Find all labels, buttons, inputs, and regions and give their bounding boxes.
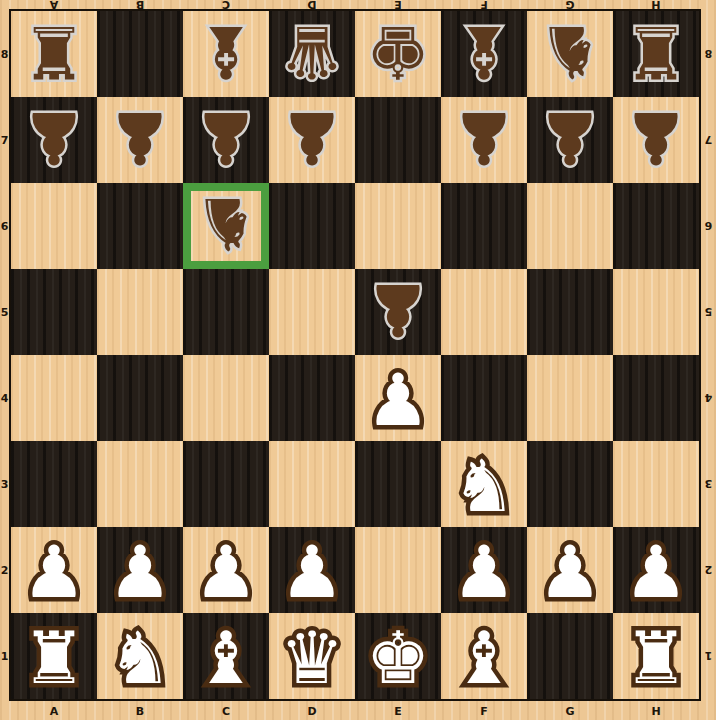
- black-pawn-b7[interactable]: ♟♟: [97, 97, 183, 183]
- square-e8[interactable]: ♚♚: [355, 11, 441, 97]
- square-f7[interactable]: ♟♟: [441, 97, 527, 183]
- black-bishop-f8[interactable]: ♝♝: [441, 11, 527, 97]
- rank-label-right-7: 7: [702, 97, 715, 183]
- bishop-glyph: ♝: [183, 613, 269, 699]
- white-rook-a1[interactable]: ♜♜: [11, 613, 97, 699]
- white-knight-f3[interactable]: ♞♞: [441, 441, 527, 527]
- square-f8[interactable]: ♝♝: [441, 11, 527, 97]
- file-label-bottom-f: F: [441, 704, 527, 718]
- chess-board: ♜♜♝♝♛♛♚♚♝♝♞♞♜♜♟♟♟♟♟♟♟♟♟♟♟♟♟♟♞♞♟♟♟♟♞♞♟♟♟♟…: [9, 9, 701, 701]
- square-g3[interactable]: [527, 441, 613, 527]
- square-d5[interactable]: [269, 269, 355, 355]
- file-label-bottom-e: E: [355, 704, 441, 718]
- square-c4[interactable]: [183, 355, 269, 441]
- square-g4[interactable]: [527, 355, 613, 441]
- rook-glyph: ♜: [11, 11, 97, 97]
- pawn-glyph: ♟: [527, 97, 613, 183]
- white-pawn-e4[interactable]: ♟♟: [355, 355, 441, 441]
- square-d8[interactable]: ♛♛: [269, 11, 355, 97]
- white-pawn-h2[interactable]: ♟♟: [613, 527, 699, 613]
- rank-label-left-8: 8: [0, 11, 9, 97]
- pawn-glyph: ♟: [97, 527, 183, 613]
- square-c8[interactable]: ♝♝: [183, 11, 269, 97]
- rank-label-right-3: 3: [702, 441, 715, 527]
- rank-label-left-3: 3: [0, 441, 9, 527]
- file-label-bottom-h: H: [613, 704, 699, 718]
- square-b2[interactable]: ♟♟: [97, 527, 183, 613]
- square-d2[interactable]: ♟♟: [269, 527, 355, 613]
- square-h1[interactable]: ♜♜: [613, 613, 699, 699]
- square-c2[interactable]: ♟♟: [183, 527, 269, 613]
- square-f1[interactable]: ♝♝: [441, 613, 527, 699]
- square-h3[interactable]: [613, 441, 699, 527]
- queen-glyph: ♛: [269, 11, 355, 97]
- rank-label-left-6: 6: [0, 183, 9, 269]
- rook-glyph: ♜: [613, 11, 699, 97]
- rank-label-right-1: 1: [702, 613, 715, 699]
- black-king-e8[interactable]: ♚♚: [355, 11, 441, 97]
- file-label-bottom-a: A: [11, 704, 97, 718]
- rank-label-right-2: 2: [702, 527, 715, 613]
- queen-glyph: ♛: [269, 613, 355, 699]
- square-e6[interactable]: [355, 183, 441, 269]
- square-c6[interactable]: ♞♞: [183, 183, 269, 269]
- square-c1[interactable]: ♝♝: [183, 613, 269, 699]
- pawn-glyph: ♟: [183, 97, 269, 183]
- bishop-glyph: ♝: [183, 11, 269, 97]
- square-d3[interactable]: [269, 441, 355, 527]
- black-pawn-e5[interactable]: ♟♟: [355, 269, 441, 355]
- white-pawn-b2[interactable]: ♟♟: [97, 527, 183, 613]
- square-d1[interactable]: ♛♛: [269, 613, 355, 699]
- black-rook-a8[interactable]: ♜♜: [11, 11, 97, 97]
- square-a7[interactable]: ♟♟: [11, 97, 97, 183]
- square-e4[interactable]: ♟♟: [355, 355, 441, 441]
- square-a1[interactable]: ♜♜: [11, 613, 97, 699]
- white-pawn-c2[interactable]: ♟♟: [183, 527, 269, 613]
- square-f5[interactable]: [441, 269, 527, 355]
- knight-glyph: ♞: [183, 183, 269, 269]
- square-e2[interactable]: [355, 527, 441, 613]
- rank-label-right-4: 4: [702, 355, 715, 441]
- square-h8[interactable]: ♜♜: [613, 11, 699, 97]
- white-pawn-a2[interactable]: ♟♟: [11, 527, 97, 613]
- file-label-bottom-d: D: [269, 704, 355, 718]
- square-a4[interactable]: [11, 355, 97, 441]
- chess-app-window: ♜♜♝♝♛♛♚♚♝♝♞♞♜♜♟♟♟♟♟♟♟♟♟♟♟♟♟♟♞♞♟♟♟♟♞♞♟♟♟♟…: [0, 0, 716, 720]
- rook-glyph: ♜: [613, 613, 699, 699]
- black-knight-c6[interactable]: ♞♞: [183, 183, 269, 269]
- square-d6[interactable]: [269, 183, 355, 269]
- white-knight-b1[interactable]: ♞♞: [97, 613, 183, 699]
- square-b4[interactable]: [97, 355, 183, 441]
- square-e1[interactable]: ♚♚: [355, 613, 441, 699]
- white-king-e1[interactable]: ♚♚: [355, 613, 441, 699]
- black-pawn-g7[interactable]: ♟♟: [527, 97, 613, 183]
- square-a5[interactable]: [11, 269, 97, 355]
- pawn-glyph: ♟: [97, 97, 183, 183]
- white-rook-h1[interactable]: ♜♜: [613, 613, 699, 699]
- square-b7[interactable]: ♟♟: [97, 97, 183, 183]
- square-h7[interactable]: ♟♟: [613, 97, 699, 183]
- square-a3[interactable]: [11, 441, 97, 527]
- square-c5[interactable]: [183, 269, 269, 355]
- square-a2[interactable]: ♟♟: [11, 527, 97, 613]
- square-b3[interactable]: [97, 441, 183, 527]
- square-g5[interactable]: [527, 269, 613, 355]
- bishop-glyph: ♝: [441, 613, 527, 699]
- black-rook-h8[interactable]: ♜♜: [613, 11, 699, 97]
- square-f6[interactable]: [441, 183, 527, 269]
- white-pawn-f2[interactable]: ♟♟: [441, 527, 527, 613]
- white-queen-d1[interactable]: ♛♛: [269, 613, 355, 699]
- square-d4[interactable]: [269, 355, 355, 441]
- square-h4[interactable]: [613, 355, 699, 441]
- white-pawn-g2[interactable]: ♟♟: [527, 527, 613, 613]
- square-e5[interactable]: ♟♟: [355, 269, 441, 355]
- rank-label-right-8: 8: [702, 11, 715, 97]
- white-pawn-d2[interactable]: ♟♟: [269, 527, 355, 613]
- white-bishop-c1[interactable]: ♝♝: [183, 613, 269, 699]
- square-a8[interactable]: ♜♜: [11, 11, 97, 97]
- black-pawn-f7[interactable]: ♟♟: [441, 97, 527, 183]
- rank-label-left-7: 7: [0, 97, 9, 183]
- king-glyph: ♚: [355, 613, 441, 699]
- pawn-glyph: ♟: [269, 527, 355, 613]
- rank-label-left-5: 5: [0, 269, 9, 355]
- pawn-glyph: ♟: [355, 355, 441, 441]
- square-b1[interactable]: ♞♞: [97, 613, 183, 699]
- black-queen-d8[interactable]: ♛♛: [269, 11, 355, 97]
- pawn-glyph: ♟: [527, 527, 613, 613]
- pawn-glyph: ♟: [613, 97, 699, 183]
- square-b8[interactable]: [97, 11, 183, 97]
- square-b5[interactable]: [97, 269, 183, 355]
- file-label-bottom-b: B: [97, 704, 183, 718]
- square-g6[interactable]: [527, 183, 613, 269]
- rank-label-right-5: 5: [702, 269, 715, 355]
- black-pawn-a7[interactable]: ♟♟: [11, 97, 97, 183]
- rank-label-left-2: 2: [0, 527, 9, 613]
- white-bishop-f1[interactable]: ♝♝: [441, 613, 527, 699]
- black-knight-g8[interactable]: ♞♞: [527, 11, 613, 97]
- knight-glyph: ♞: [97, 613, 183, 699]
- square-f3[interactable]: ♞♞: [441, 441, 527, 527]
- knight-glyph: ♞: [441, 441, 527, 527]
- pawn-glyph: ♟: [11, 527, 97, 613]
- square-a6[interactable]: [11, 183, 97, 269]
- square-d7[interactable]: ♟♟: [269, 97, 355, 183]
- square-b6[interactable]: [97, 183, 183, 269]
- black-bishop-c8[interactable]: ♝♝: [183, 11, 269, 97]
- rook-glyph: ♜: [11, 613, 97, 699]
- pawn-glyph: ♟: [355, 269, 441, 355]
- black-pawn-d7[interactable]: ♟♟: [269, 97, 355, 183]
- square-f2[interactable]: ♟♟: [441, 527, 527, 613]
- square-g1[interactable]: [527, 613, 613, 699]
- square-c3[interactable]: [183, 441, 269, 527]
- square-h2[interactable]: ♟♟: [613, 527, 699, 613]
- square-g2[interactable]: ♟♟: [527, 527, 613, 613]
- pawn-glyph: ♟: [441, 527, 527, 613]
- king-glyph: ♚: [355, 11, 441, 97]
- pawn-glyph: ♟: [269, 97, 355, 183]
- file-label-bottom-c: C: [183, 704, 269, 718]
- square-c7[interactable]: ♟♟: [183, 97, 269, 183]
- square-g7[interactable]: ♟♟: [527, 97, 613, 183]
- square-f4[interactable]: [441, 355, 527, 441]
- square-h6[interactable]: [613, 183, 699, 269]
- file-label-bottom-g: G: [527, 704, 613, 718]
- pawn-glyph: ♟: [11, 97, 97, 183]
- rank-label-left-1: 1: [0, 613, 9, 699]
- rank-label-right-6: 6: [702, 183, 715, 269]
- pawn-glyph: ♟: [613, 527, 699, 613]
- pawn-glyph: ♟: [441, 97, 527, 183]
- black-pawn-h7[interactable]: ♟♟: [613, 97, 699, 183]
- square-e7[interactable]: [355, 97, 441, 183]
- bishop-glyph: ♝: [441, 11, 527, 97]
- rank-label-left-4: 4: [0, 355, 9, 441]
- knight-glyph: ♞: [527, 11, 613, 97]
- square-h5[interactable]: [613, 269, 699, 355]
- square-g8[interactable]: ♞♞: [527, 11, 613, 97]
- square-e3[interactable]: [355, 441, 441, 527]
- pawn-glyph: ♟: [183, 527, 269, 613]
- black-pawn-c7[interactable]: ♟♟: [183, 97, 269, 183]
